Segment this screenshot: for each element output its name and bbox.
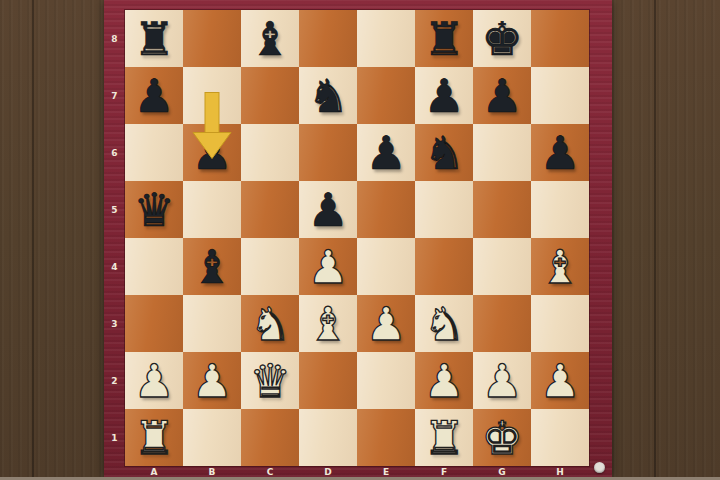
piece-white-pawn-e3[interactable]: ♟ <box>365 301 406 347</box>
square-b7[interactable] <box>183 67 241 124</box>
square-a5[interactable]: ♛ <box>125 181 183 238</box>
piece-black-queen-a5[interactable]: ♛ <box>133 187 174 233</box>
piece-black-pawn-b6[interactable]: ♟ <box>191 130 232 176</box>
piece-white-bishop-d3[interactable]: ♝ <box>307 301 348 347</box>
square-f5[interactable] <box>415 181 473 238</box>
piece-white-pawn-a2[interactable]: ♟ <box>133 358 174 404</box>
piece-black-knight-f6[interactable]: ♞ <box>423 130 464 176</box>
square-a7[interactable]: ♟ <box>125 67 183 124</box>
square-a6[interactable] <box>125 124 183 181</box>
square-g1[interactable]: ♚ <box>473 409 531 466</box>
square-e6[interactable]: ♟ <box>357 124 415 181</box>
square-c1[interactable] <box>241 409 299 466</box>
file-label-h: H <box>531 466 589 477</box>
square-a4[interactable] <box>125 238 183 295</box>
piece-white-rook-a1[interactable]: ♜ <box>133 415 174 461</box>
piece-black-knight-d7[interactable]: ♞ <box>307 73 348 119</box>
square-g8[interactable]: ♚ <box>473 10 531 67</box>
square-h8[interactable] <box>531 10 589 67</box>
file-label-a: A <box>125 466 183 477</box>
square-g5[interactable] <box>473 181 531 238</box>
square-h7[interactable] <box>531 67 589 124</box>
rank-label-5: 5 <box>104 181 125 238</box>
rank-label-7: 7 <box>104 67 125 124</box>
square-a2[interactable]: ♟ <box>125 352 183 409</box>
rank-label-8: 8 <box>104 10 125 67</box>
square-a8[interactable]: ♜ <box>125 10 183 67</box>
square-h3[interactable] <box>531 295 589 352</box>
square-h2[interactable]: ♟ <box>531 352 589 409</box>
file-label-f: F <box>415 466 473 477</box>
square-f2[interactable]: ♟ <box>415 352 473 409</box>
square-b1[interactable] <box>183 409 241 466</box>
square-f7[interactable]: ♟ <box>415 67 473 124</box>
rank-label-1: 1 <box>104 409 125 466</box>
square-e4[interactable] <box>357 238 415 295</box>
square-a3[interactable] <box>125 295 183 352</box>
square-c4[interactable] <box>241 238 299 295</box>
file-label-c: C <box>241 466 299 477</box>
square-h4[interactable]: ♝ <box>531 238 589 295</box>
square-c2[interactable]: ♛ <box>241 352 299 409</box>
square-d4[interactable]: ♟ <box>299 238 357 295</box>
square-f1[interactable]: ♜ <box>415 409 473 466</box>
square-d6[interactable] <box>299 124 357 181</box>
square-c5[interactable] <box>241 181 299 238</box>
white-to-move-indicator <box>594 462 605 473</box>
piece-white-pawn-g2[interactable]: ♟ <box>481 358 522 404</box>
square-h6[interactable]: ♟ <box>531 124 589 181</box>
square-e5[interactable] <box>357 181 415 238</box>
piece-white-rook-f1[interactable]: ♜ <box>423 415 464 461</box>
square-h1[interactable] <box>531 409 589 466</box>
piece-black-pawn-a7[interactable]: ♟ <box>133 73 174 119</box>
piece-black-pawn-g7[interactable]: ♟ <box>481 73 522 119</box>
square-c6[interactable] <box>241 124 299 181</box>
square-b4[interactable]: ♝ <box>183 238 241 295</box>
file-label-d: D <box>299 466 357 477</box>
square-g6[interactable] <box>473 124 531 181</box>
file-label-e: E <box>357 466 415 477</box>
piece-white-bishop-h4[interactable]: ♝ <box>539 244 580 290</box>
piece-black-bishop-b4[interactable]: ♝ <box>191 244 232 290</box>
piece-white-queen-c2[interactable]: ♛ <box>249 358 290 404</box>
square-a1[interactable]: ♜ <box>125 409 183 466</box>
square-h5[interactable] <box>531 181 589 238</box>
piece-white-pawn-b2[interactable]: ♟ <box>191 358 232 404</box>
square-e8[interactable] <box>357 10 415 67</box>
square-g2[interactable]: ♟ <box>473 352 531 409</box>
piece-white-pawn-f2[interactable]: ♟ <box>423 358 464 404</box>
square-f6[interactable]: ♞ <box>415 124 473 181</box>
square-e1[interactable] <box>357 409 415 466</box>
chess-board[interactable]: ♜♝♜♚♟♞♟♟♟♟♞♟♛♟♝♟♝♞♝♟♞♟♟♛♟♟♟♜♜♚ <box>125 10 589 466</box>
rank-label-2: 2 <box>104 352 125 409</box>
piece-white-knight-c3[interactable]: ♞ <box>249 301 290 347</box>
square-d7[interactable]: ♞ <box>299 67 357 124</box>
piece-white-knight-f3[interactable]: ♞ <box>423 301 464 347</box>
rank-label-6: 6 <box>104 124 125 181</box>
piece-black-pawn-e6[interactable]: ♟ <box>365 130 406 176</box>
square-b5[interactable] <box>183 181 241 238</box>
square-f8[interactable]: ♜ <box>415 10 473 67</box>
square-g3[interactable] <box>473 295 531 352</box>
rank-label-4: 4 <box>104 238 125 295</box>
square-c8[interactable]: ♝ <box>241 10 299 67</box>
square-d1[interactable] <box>299 409 357 466</box>
rank-labels: 87654321 <box>104 10 125 466</box>
rank-label-3: 3 <box>104 295 125 352</box>
square-f4[interactable] <box>415 238 473 295</box>
square-c7[interactable] <box>241 67 299 124</box>
piece-white-pawn-h2[interactable]: ♟ <box>539 358 580 404</box>
piece-black-rook-a8[interactable]: ♜ <box>133 16 174 62</box>
square-g4[interactable] <box>473 238 531 295</box>
square-d2[interactable] <box>299 352 357 409</box>
square-d5[interactable]: ♟ <box>299 181 357 238</box>
piece-black-pawn-f7[interactable]: ♟ <box>423 73 464 119</box>
square-d3[interactable]: ♝ <box>299 295 357 352</box>
file-label-g: G <box>473 466 531 477</box>
square-b2[interactable]: ♟ <box>183 352 241 409</box>
piece-black-rook-f8[interactable]: ♜ <box>423 16 464 62</box>
piece-black-bishop-c8[interactable]: ♝ <box>249 16 290 62</box>
square-b8[interactable] <box>183 10 241 67</box>
square-e2[interactable] <box>357 352 415 409</box>
piece-white-king-g1[interactable]: ♚ <box>481 415 522 461</box>
square-d8[interactable] <box>299 10 357 67</box>
file-label-b: B <box>183 466 241 477</box>
file-labels: ABCDEFGH <box>125 466 589 477</box>
square-e3[interactable]: ♟ <box>357 295 415 352</box>
square-e7[interactable] <box>357 67 415 124</box>
square-b6[interactable]: ♟ <box>183 124 241 181</box>
piece-black-pawn-h6[interactable]: ♟ <box>539 130 580 176</box>
piece-white-pawn-d4[interactable]: ♟ <box>307 244 348 290</box>
square-f3[interactable]: ♞ <box>415 295 473 352</box>
square-c3[interactable]: ♞ <box>241 295 299 352</box>
piece-black-pawn-d5[interactable]: ♟ <box>307 187 348 233</box>
piece-black-king-g8[interactable]: ♚ <box>481 16 522 62</box>
square-g7[interactable]: ♟ <box>473 67 531 124</box>
chess-board-frame: 87654321 ABCDEFGH ♜♝♜♚♟♞♟♟♟♟♞♟♛♟♝♟♝♞♝♟♞♟… <box>104 0 612 477</box>
square-b3[interactable] <box>183 295 241 352</box>
